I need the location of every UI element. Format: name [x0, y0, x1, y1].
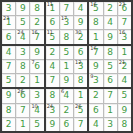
sudoku-cell[interactable]: 115	[46, 30, 59, 43]
sudoku-cell[interactable]: 8	[60, 30, 73, 43]
cell-digit: 1	[107, 106, 113, 115]
sudoku-cell[interactable]: 76	[30, 60, 43, 73]
sudoku-box: 398231526244167	[2, 2, 44, 44]
cell-digit: 5	[34, 120, 40, 129]
sudoku-cell[interactable]: 2	[104, 2, 117, 15]
sudoku-cell[interactable]: 93	[89, 74, 102, 87]
sudoku-board: 3982315262441671117461739115830216522368…	[0, 0, 133, 133]
cell-digit: 4	[64, 91, 70, 100]
cage-sum-label: 24	[17, 30, 23, 35]
cell-digit: 3	[107, 120, 113, 129]
sudoku-cell[interactable]: 3	[104, 118, 117, 131]
cell-digit: 8	[6, 106, 12, 115]
sudoku-cell[interactable]: 9	[118, 104, 131, 117]
sudoku-cell[interactable]: 302	[74, 30, 87, 43]
cell-digit: 6	[6, 33, 12, 42]
sudoku-cell[interactable]: 4	[2, 46, 15, 59]
cell-digit: 7	[49, 76, 55, 85]
cage-sum-label: 11	[47, 2, 53, 7]
cell-digit: 7	[78, 120, 84, 129]
sudoku-box: 86412432265967	[46, 89, 88, 131]
sudoku-cell[interactable]: 9	[46, 118, 59, 131]
sudoku-cell[interactable]: 5	[104, 60, 117, 73]
sudoku-cell[interactable]: 8	[104, 46, 117, 59]
sudoku-cell[interactable]: 5	[118, 89, 131, 102]
cage-sum-label: 16	[90, 46, 96, 51]
cell-digit: 1	[78, 91, 84, 100]
cell-digit: 6	[78, 48, 84, 57]
sudoku-cell[interactable]: 4	[74, 2, 87, 15]
cell-digit: 7	[6, 62, 12, 71]
sudoku-cell[interactable]: 8	[46, 89, 59, 102]
sudoku-cell[interactable]: 6	[74, 46, 87, 59]
sudoku-cell[interactable]: 212	[118, 60, 131, 73]
sudoku-cell[interactable]: 7	[16, 104, 29, 117]
cell-digit: 2	[107, 4, 113, 13]
sudoku-cell[interactable]: 1	[30, 74, 43, 87]
cell-digit: 4	[122, 76, 128, 85]
cage-sum-label: 16	[119, 30, 125, 35]
cell-digit: 9	[93, 62, 99, 71]
cell-digit: 2	[34, 18, 40, 27]
sudoku-box: 9266387104215	[2, 89, 44, 131]
sudoku-cell[interactable]: 7	[2, 60, 15, 73]
sudoku-cell[interactable]: 104	[30, 104, 43, 117]
cage-sum-label: 16	[31, 30, 37, 35]
sudoku-cell[interactable]: 236	[118, 2, 131, 15]
sudoku-cell[interactable]: 5	[16, 16, 29, 29]
cell-digit: 8	[64, 33, 70, 42]
sudoku-cell[interactable]: 1	[74, 89, 87, 102]
sudoku-box: 11174617391158302	[46, 2, 88, 44]
cell-digit: 9	[78, 18, 84, 27]
sudoku-cell[interactable]: 6	[104, 74, 117, 87]
cell-digit: 2	[93, 91, 99, 100]
sudoku-cell[interactable]: 266	[16, 89, 29, 102]
sudoku-cell[interactable]: 8	[16, 60, 29, 73]
sudoku-cell[interactable]: 2	[60, 104, 73, 117]
sudoku-cell[interactable]: 1	[60, 60, 73, 73]
cell-digit: 1	[122, 48, 128, 57]
sudoku-cell[interactable]: 231	[2, 16, 15, 29]
cell-digit: 9	[20, 4, 26, 13]
cell-digit: 3	[93, 76, 99, 85]
cell-digit: 9	[107, 33, 113, 42]
cage-sum-label: 26	[17, 89, 23, 94]
cell-digit: 4	[107, 18, 113, 27]
cell-digit: 8	[107, 48, 113, 57]
sudoku-cell[interactable]: 1	[16, 118, 29, 131]
cage-sum-label: 26	[75, 104, 81, 109]
sudoku-cell[interactable]: 167	[30, 30, 43, 43]
cage-sum-label: 12	[75, 60, 81, 65]
cage-sum-label: 9	[90, 74, 93, 79]
cell-digit: 2	[49, 48, 55, 57]
cell-digit: 2	[6, 120, 12, 129]
cell-digit: 8	[122, 120, 128, 129]
cell-digit: 9	[34, 48, 40, 57]
sudoku-cell[interactable]: 4	[104, 16, 117, 29]
cell-digit: 1	[93, 33, 99, 42]
cell-digit: 2	[20, 76, 26, 85]
cell-digit: 5	[107, 62, 113, 71]
sudoku-cell[interactable]: 244	[16, 30, 29, 43]
sudoku-cell[interactable]: 173	[60, 16, 73, 29]
sudoku-cell[interactable]: 5	[60, 46, 73, 59]
cage-sum-label: 24	[47, 104, 53, 109]
sudoku-cell[interactable]: 243	[46, 104, 59, 117]
cell-digit: 8	[93, 18, 99, 27]
sudoku-cell[interactable]: 9	[60, 74, 73, 87]
sudoku-cell[interactable]: 9	[2, 89, 15, 102]
cell-digit: 4	[93, 120, 99, 129]
sudoku-cell[interactable]: 9	[30, 46, 43, 59]
cell-digit: 1	[64, 62, 70, 71]
cage-sum-label: 6	[61, 89, 64, 94]
sudoku-cell[interactable]: 64	[60, 89, 73, 102]
cell-digit: 2	[64, 106, 70, 115]
cell-digit: 5	[64, 48, 70, 57]
sudoku-cell[interactable]: 111	[46, 2, 59, 15]
cell-digit: 3	[34, 91, 40, 100]
sudoku-cell[interactable]: 1	[104, 104, 117, 117]
sudoku-box: 165223684719163	[89, 2, 131, 44]
cell-digit: 1	[20, 120, 26, 129]
cell-digit: 4	[49, 62, 55, 71]
sudoku-box: 25641123798	[46, 46, 88, 88]
sudoku-cell[interactable]: 163	[118, 30, 131, 43]
sudoku-cell[interactable]: 6	[46, 16, 59, 29]
cell-digit: 8	[34, 4, 40, 13]
sudoku-cell[interactable]: 165	[89, 2, 102, 15]
sudoku-cell[interactable]: 167	[89, 46, 102, 59]
sudoku-cell[interactable]: 3	[16, 46, 29, 59]
cell-digit: 4	[6, 48, 12, 57]
cage-sum-label: 30	[75, 30, 81, 35]
sudoku-cell[interactable]: 9	[16, 2, 29, 15]
sudoku-cell[interactable]: 1	[118, 46, 131, 59]
sudoku-cell[interactable]: 2	[16, 74, 29, 87]
sudoku-cell[interactable]: 7	[104, 89, 117, 102]
sudoku-cell[interactable]: 1	[89, 30, 102, 43]
sudoku-cell[interactable]: 6	[60, 118, 73, 131]
sudoku-cell[interactable]: 5	[2, 74, 15, 87]
sudoku-cell[interactable]: 265	[74, 104, 87, 117]
sudoku-cell[interactable]: 7	[46, 74, 59, 87]
cell-digit: 9	[49, 120, 55, 129]
cell-digit: 7	[107, 91, 113, 100]
sudoku-cell[interactable]: 6	[89, 104, 102, 117]
cell-digit: 4	[78, 4, 84, 13]
sudoku-cell[interactable]: 2	[46, 46, 59, 59]
sudoku-cell[interactable]: 9	[74, 16, 87, 29]
cage-sum-label: 11	[47, 30, 53, 35]
cell-digit: 6	[107, 76, 113, 85]
cell-digit: 5	[20, 18, 26, 27]
sudoku-cell[interactable]: 123	[74, 60, 87, 73]
cell-digit: 9	[122, 106, 128, 115]
cell-digit: 7	[64, 4, 70, 13]
sudoku-cell[interactable]: 5	[30, 118, 43, 131]
cage-sum-label: 16	[90, 2, 96, 7]
sudoku-cell[interactable]: 6	[2, 30, 15, 43]
sudoku-cell[interactable]: 8	[2, 104, 15, 117]
cell-digit: 7	[20, 106, 26, 115]
sudoku-cell[interactable]: 3	[2, 2, 15, 15]
sudoku-cell[interactable]: 8	[30, 2, 43, 15]
sudoku-cell[interactable]: 2	[89, 89, 102, 102]
sudoku-cell[interactable]: 7	[60, 2, 73, 15]
sudoku-cell[interactable]: 4	[89, 118, 102, 131]
cell-digit: 5	[6, 76, 12, 85]
cage-sum-label: 10	[31, 104, 37, 109]
cell-digit: 8	[49, 91, 55, 100]
cell-digit: 9	[64, 76, 70, 85]
cell-digit: 7	[122, 18, 128, 27]
cell-digit: 3	[20, 48, 26, 57]
cage-sum-label: 23	[119, 2, 125, 7]
sudoku-cell[interactable]: 9	[104, 30, 117, 43]
sudoku-cell[interactable]: 2	[2, 118, 15, 131]
sudoku-cell[interactable]: 3	[30, 89, 43, 102]
sudoku-cell[interactable]: 7	[74, 118, 87, 131]
sudoku-box: 16781952129364	[89, 46, 131, 88]
sudoku-box: 275619438	[89, 89, 131, 131]
cell-digit: 8	[78, 76, 84, 85]
cell-digit: 3	[6, 4, 12, 13]
sudoku-cell[interactable]: 4	[46, 60, 59, 73]
cell-digit: 9	[6, 91, 12, 100]
cell-digit: 5	[122, 91, 128, 100]
cage-sum-label: 21	[119, 60, 125, 65]
sudoku-cell[interactable]: 8	[89, 16, 102, 29]
sudoku-cell[interactable]: 2	[30, 16, 43, 29]
cell-digit: 1	[34, 76, 40, 85]
cell-digit: 6	[93, 106, 99, 115]
sudoku-cell[interactable]: 4	[118, 74, 131, 87]
cage-sum-label: 7	[31, 60, 34, 65]
cage-sum-label: 23	[3, 16, 9, 21]
cell-digit: 8	[20, 62, 26, 71]
sudoku-cell[interactable]: 9	[89, 60, 102, 73]
cell-digit: 6	[34, 62, 40, 71]
cell-digit: 6	[49, 18, 55, 27]
cell-digit: 6	[64, 120, 70, 129]
sudoku-cell[interactable]: 8	[74, 74, 87, 87]
cage-sum-label: 17	[61, 16, 67, 21]
sudoku-cell[interactable]: 7	[118, 16, 131, 29]
sudoku-box: 4397876521	[2, 46, 44, 88]
sudoku-cell[interactable]: 8	[118, 118, 131, 131]
